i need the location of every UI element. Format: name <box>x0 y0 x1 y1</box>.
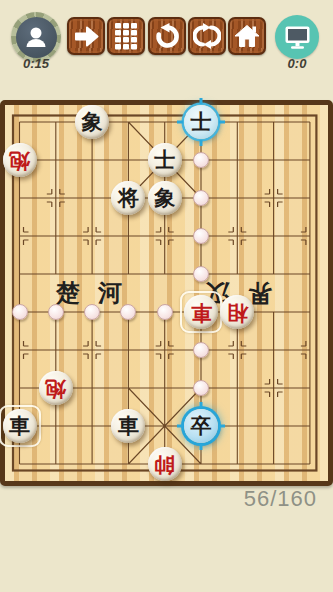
move-hint-dot[interactable] <box>12 304 28 320</box>
move-hint-dot[interactable] <box>193 228 209 244</box>
grid-icon <box>115 23 137 50</box>
person-icon <box>23 24 49 50</box>
computer-monitor-icon <box>284 25 311 50</box>
piece-black-advisor[interactable]: 士 <box>184 105 218 139</box>
river-text: 河 <box>97 280 122 306</box>
move-hint-dot[interactable] <box>193 152 209 168</box>
move-hint-dot[interactable] <box>84 304 100 320</box>
piece-black-advisor[interactable]: 士 <box>148 143 182 177</box>
player-avatar[interactable] <box>11 12 61 62</box>
home-button[interactable] <box>228 17 266 55</box>
piece-red-cannon[interactable]: 炮 <box>39 371 73 405</box>
player-timer: 0:15 <box>8 56 64 71</box>
piece-black-soldier[interactable]: 卒 <box>184 409 218 443</box>
undo-button[interactable] <box>148 17 186 55</box>
piece-black-chariot[interactable]: 車 <box>111 409 145 443</box>
progress-counter: 56/160 <box>244 486 317 512</box>
move-hint-dot[interactable] <box>193 380 209 396</box>
opponent-timer: 0:0 <box>273 56 321 71</box>
move-hint-dot[interactable] <box>120 304 136 320</box>
piece-black-elephant[interactable]: 象 <box>148 181 182 215</box>
move-hint-dot[interactable] <box>193 266 209 282</box>
move-hint-dot[interactable] <box>48 304 64 320</box>
move-hint-dot[interactable] <box>193 342 209 358</box>
piece-red-general[interactable]: 帥 <box>148 447 182 481</box>
computer-opponent-badge[interactable] <box>275 15 319 59</box>
swap-arrows-icon <box>193 22 221 50</box>
rotate-ccw-icon <box>153 22 181 50</box>
piece-red-cannon[interactable]: 炮 <box>3 143 37 177</box>
avatar-circle <box>16 17 57 58</box>
home-icon <box>234 24 260 48</box>
river-text: 楚 <box>55 280 80 306</box>
levels-menu-button[interactable] <box>107 17 145 55</box>
app: 0:15 <box>0 0 333 592</box>
move-hint-dot[interactable] <box>193 190 209 206</box>
piece-black-elephant[interactable]: 象 <box>75 105 109 139</box>
forward-button[interactable] <box>67 17 105 55</box>
piece-red-elephant[interactable]: 相 <box>220 295 254 329</box>
flip-board-button[interactable] <box>188 17 226 55</box>
arrow-right-icon <box>73 23 100 50</box>
piece-red-chariot[interactable]: 車 <box>184 295 218 329</box>
move-hint-dot[interactable] <box>157 304 173 320</box>
piece-black-chariot[interactable]: 車 <box>3 409 37 443</box>
piece-black-general[interactable]: 将 <box>111 181 145 215</box>
